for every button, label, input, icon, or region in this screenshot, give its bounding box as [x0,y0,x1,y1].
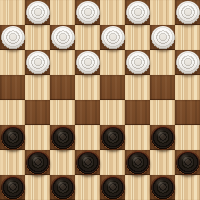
square-r3c0-dark[interactable] [0,75,25,100]
square-r2c3-dark[interactable] [75,50,100,75]
black-checker-piece[interactable] [101,126,125,150]
black-checker-piece[interactable] [151,126,175,150]
square-r0c7-dark[interactable] [175,0,200,25]
white-checker-piece[interactable] [51,26,75,50]
square-r4c2-light [50,100,75,125]
square-r6c7-dark[interactable] [175,150,200,175]
white-checker-piece[interactable] [26,51,50,75]
square-r3c3-light [75,75,100,100]
square-r4c5-dark[interactable] [125,100,150,125]
square-r5c4-dark[interactable] [100,125,125,150]
black-checker-piece[interactable] [151,176,175,200]
white-checker-piece[interactable] [176,51,200,75]
black-checker-piece[interactable] [1,176,25,200]
square-r4c6-light [150,100,175,125]
square-r6c1-dark[interactable] [25,150,50,175]
square-r5c3-light [75,125,100,150]
black-checker-piece[interactable] [51,176,75,200]
square-r6c2-light [50,150,75,175]
square-r2c7-dark[interactable] [175,50,200,75]
white-checker-piece[interactable] [151,26,175,50]
square-r1c6-dark[interactable] [150,25,175,50]
square-r7c3-light [75,175,100,200]
square-r2c4-light [100,50,125,75]
white-checker-piece[interactable] [126,1,150,25]
black-checker-piece[interactable] [1,126,25,150]
square-r1c1-light [25,25,50,50]
square-r2c0-light [0,50,25,75]
square-r1c3-light [75,25,100,50]
square-r1c5-light [125,25,150,50]
square-r0c5-dark[interactable] [125,0,150,25]
square-r6c0-light [0,150,25,175]
white-checker-piece[interactable] [101,26,125,50]
black-checker-piece[interactable] [101,176,125,200]
white-checker-piece[interactable] [76,1,100,25]
square-r1c0-dark[interactable] [0,25,25,50]
square-r1c4-dark[interactable] [100,25,125,50]
black-checker-piece[interactable] [76,151,100,175]
square-r4c4-light [100,100,125,125]
square-r2c5-dark[interactable] [125,50,150,75]
square-r0c3-dark[interactable] [75,0,100,25]
square-r4c7-dark[interactable] [175,100,200,125]
square-r3c7-light [175,75,200,100]
square-r4c3-dark[interactable] [75,100,100,125]
white-checker-piece[interactable] [1,26,25,50]
square-r0c1-dark[interactable] [25,0,50,25]
square-r6c3-dark[interactable] [75,150,100,175]
square-r5c7-light [175,125,200,150]
square-r5c2-dark[interactable] [50,125,75,150]
square-r5c0-dark[interactable] [0,125,25,150]
black-checker-piece[interactable] [176,151,200,175]
square-r0c6-light [150,0,175,25]
square-r3c6-dark[interactable] [150,75,175,100]
square-r3c2-dark[interactable] [50,75,75,100]
square-r4c1-dark[interactable] [25,100,50,125]
square-r6c5-dark[interactable] [125,150,150,175]
square-r2c1-dark[interactable] [25,50,50,75]
square-r0c0-light [0,0,25,25]
checkers-board [0,0,200,200]
square-r7c6-dark[interactable] [150,175,175,200]
black-checker-piece[interactable] [51,126,75,150]
square-r0c4-light [100,0,125,25]
square-r7c7-light [175,175,200,200]
square-r5c5-light [125,125,150,150]
square-r5c1-light [25,125,50,150]
square-r2c6-light [150,50,175,75]
square-r7c4-dark[interactable] [100,175,125,200]
square-r7c5-light [125,175,150,200]
square-r4c0-light [0,100,25,125]
square-r3c4-dark[interactable] [100,75,125,100]
square-r1c7-light [175,25,200,50]
square-r7c2-dark[interactable] [50,175,75,200]
black-checker-piece[interactable] [126,151,150,175]
white-checker-piece[interactable] [26,1,50,25]
white-checker-piece[interactable] [126,51,150,75]
square-r3c5-light [125,75,150,100]
square-r0c2-light [50,0,75,25]
square-r7c0-dark[interactable] [0,175,25,200]
square-r3c1-light [25,75,50,100]
square-r5c6-dark[interactable] [150,125,175,150]
square-r6c6-light [150,150,175,175]
square-r1c2-dark[interactable] [50,25,75,50]
white-checker-piece[interactable] [76,51,100,75]
white-checker-piece[interactable] [176,1,200,25]
black-checker-piece[interactable] [26,151,50,175]
square-r2c2-light [50,50,75,75]
square-r7c1-light [25,175,50,200]
square-r6c4-light [100,150,125,175]
